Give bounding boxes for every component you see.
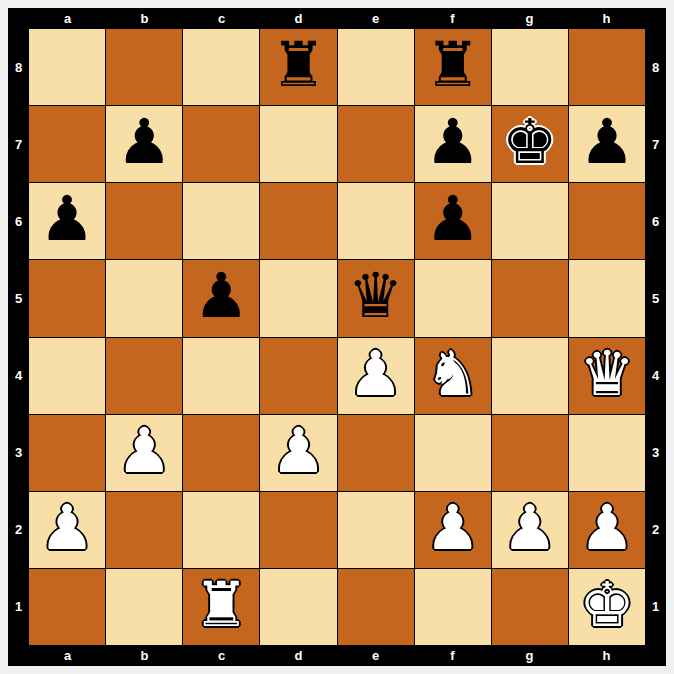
rank-label-8: 8 [8, 29, 29, 106]
square-e1[interactable] [338, 569, 414, 645]
white-queen-h4[interactable]: ♛ [579, 343, 635, 405]
square-b8[interactable] [106, 29, 182, 105]
square-c4[interactable] [183, 338, 259, 414]
square-a7[interactable] [29, 106, 105, 182]
square-b7[interactable]: ♟ [106, 106, 182, 182]
square-h8[interactable] [569, 29, 645, 105]
square-d3[interactable]: ♟ [260, 415, 336, 491]
white-pawn-b3[interactable]: ♟ [116, 420, 172, 482]
square-e8[interactable] [338, 29, 414, 105]
file-label-h: h [568, 645, 645, 666]
black-king-g7[interactable]: ♚ [502, 111, 558, 173]
white-pawn-d3[interactable]: ♟ [271, 420, 327, 482]
square-e6[interactable] [338, 183, 414, 259]
square-e3[interactable] [338, 415, 414, 491]
white-pawn-a2[interactable]: ♟ [39, 497, 95, 559]
square-b5[interactable] [106, 260, 182, 336]
square-e5[interactable]: ♛ [338, 260, 414, 336]
white-king-h1[interactable]: ♚ [579, 574, 635, 636]
square-f5[interactable] [415, 260, 491, 336]
square-d2[interactable] [260, 492, 336, 568]
square-h7[interactable]: ♟ [569, 106, 645, 182]
border-corner-top-right [645, 8, 666, 29]
black-rook-d8[interactable]: ♜ [271, 34, 327, 96]
square-f4[interactable]: ♞ [415, 338, 491, 414]
square-g1[interactable] [492, 569, 568, 645]
rank-label-2: 2 [8, 491, 29, 568]
square-c8[interactable] [183, 29, 259, 105]
file-label-g: g [491, 645, 568, 666]
file-label-a: a [29, 645, 106, 666]
black-queen-e5[interactable]: ♛ [348, 265, 404, 327]
square-h3[interactable] [569, 415, 645, 491]
square-c3[interactable] [183, 415, 259, 491]
black-pawn-b7[interactable]: ♟ [116, 111, 172, 173]
file-labels-bottom: abcdefgh [29, 645, 645, 666]
square-c7[interactable] [183, 106, 259, 182]
rank-label-6: 6 [645, 183, 666, 260]
rank-label-5: 5 [645, 260, 666, 337]
square-b4[interactable] [106, 338, 182, 414]
square-d6[interactable] [260, 183, 336, 259]
file-label-f: f [414, 645, 491, 666]
rank-label-7: 7 [8, 106, 29, 183]
file-label-e: e [337, 645, 414, 666]
white-rook-c1[interactable]: ♜ [194, 574, 250, 636]
square-a4[interactable] [29, 338, 105, 414]
rank-label-3: 3 [8, 414, 29, 491]
square-g5[interactable] [492, 260, 568, 336]
rank-label-5: 5 [8, 260, 29, 337]
square-e2[interactable] [338, 492, 414, 568]
square-c5[interactable]: ♟ [183, 260, 259, 336]
file-label-d: d [260, 8, 337, 29]
file-label-c: c [183, 8, 260, 29]
rank-label-1: 1 [645, 568, 666, 645]
square-h5[interactable] [569, 260, 645, 336]
square-a1[interactable] [29, 569, 105, 645]
border-corner-bottom-right [645, 645, 666, 666]
square-h2[interactable]: ♟ [569, 492, 645, 568]
square-g2[interactable]: ♟ [492, 492, 568, 568]
square-c2[interactable] [183, 492, 259, 568]
square-h4[interactable]: ♛ [569, 338, 645, 414]
board-border: abcdefgh 87654321 ♜♜♟♟♚♟♟♟♟♛♟♞♛♟♟♟♟♟♟♜♚ … [8, 8, 666, 666]
black-rook-f8[interactable]: ♜ [425, 34, 481, 96]
rank-label-3: 3 [645, 414, 666, 491]
square-e4[interactable]: ♟ [338, 338, 414, 414]
square-c6[interactable] [183, 183, 259, 259]
rank-label-1: 1 [8, 568, 29, 645]
border-corner-top-left [8, 8, 29, 29]
square-a5[interactable] [29, 260, 105, 336]
square-a3[interactable] [29, 415, 105, 491]
white-pawn-e4[interactable]: ♟ [348, 343, 404, 405]
black-pawn-h7[interactable]: ♟ [579, 111, 635, 173]
square-f3[interactable] [415, 415, 491, 491]
black-pawn-a6[interactable]: ♟ [39, 188, 95, 250]
rank-label-4: 4 [8, 337, 29, 414]
file-label-a: a [29, 8, 106, 29]
file-label-c: c [183, 645, 260, 666]
white-knight-f4[interactable]: ♞ [425, 343, 481, 405]
square-g6[interactable] [492, 183, 568, 259]
square-e7[interactable] [338, 106, 414, 182]
square-g7[interactable]: ♚ [492, 106, 568, 182]
square-b3[interactable]: ♟ [106, 415, 182, 491]
rank-labels-right: 87654321 [645, 29, 666, 645]
square-a8[interactable] [29, 29, 105, 105]
rank-labels-left: 87654321 [8, 29, 29, 645]
square-c1[interactable]: ♜ [183, 569, 259, 645]
square-f7[interactable]: ♟ [415, 106, 491, 182]
black-pawn-c5[interactable]: ♟ [194, 265, 250, 327]
square-d4[interactable] [260, 338, 336, 414]
file-label-g: g [491, 8, 568, 29]
chess-board: ♜♜♟♟♚♟♟♟♟♛♟♞♛♟♟♟♟♟♟♜♚ [29, 29, 645, 645]
square-f8[interactable]: ♜ [415, 29, 491, 105]
square-a6[interactable]: ♟ [29, 183, 105, 259]
square-d7[interactable] [260, 106, 336, 182]
black-pawn-f7[interactable]: ♟ [425, 111, 481, 173]
file-label-d: d [260, 645, 337, 666]
file-label-b: b [106, 645, 183, 666]
square-d1[interactable] [260, 569, 336, 645]
white-pawn-h2[interactable]: ♟ [579, 497, 635, 559]
file-label-e: e [337, 8, 414, 29]
square-h1[interactable]: ♚ [569, 569, 645, 645]
square-g3[interactable] [492, 415, 568, 491]
square-a2[interactable]: ♟ [29, 492, 105, 568]
square-g4[interactable] [492, 338, 568, 414]
square-b2[interactable] [106, 492, 182, 568]
border-corner-bottom-left [8, 645, 29, 666]
file-label-f: f [414, 8, 491, 29]
file-label-b: b [106, 8, 183, 29]
square-b1[interactable] [106, 569, 182, 645]
rank-label-4: 4 [645, 337, 666, 414]
square-f6[interactable]: ♟ [415, 183, 491, 259]
square-h6[interactable] [569, 183, 645, 259]
black-pawn-f6[interactable]: ♟ [425, 188, 481, 250]
file-label-h: h [568, 8, 645, 29]
rank-label-2: 2 [645, 491, 666, 568]
rank-label-7: 7 [645, 106, 666, 183]
rank-label-6: 6 [8, 183, 29, 260]
square-g8[interactable] [492, 29, 568, 105]
chess-app-window: abcdefgh 87654321 ♜♜♟♟♚♟♟♟♟♛♟♞♛♟♟♟♟♟♟♜♚ … [0, 0, 674, 674]
square-f2[interactable]: ♟ [415, 492, 491, 568]
square-d5[interactable] [260, 260, 336, 336]
file-labels-top: abcdefgh [29, 8, 645, 29]
square-f1[interactable] [415, 569, 491, 645]
white-pawn-f2[interactable]: ♟ [425, 497, 481, 559]
square-d8[interactable]: ♜ [260, 29, 336, 105]
square-b6[interactable] [106, 183, 182, 259]
rank-label-8: 8 [645, 29, 666, 106]
white-pawn-g2[interactable]: ♟ [502, 497, 558, 559]
